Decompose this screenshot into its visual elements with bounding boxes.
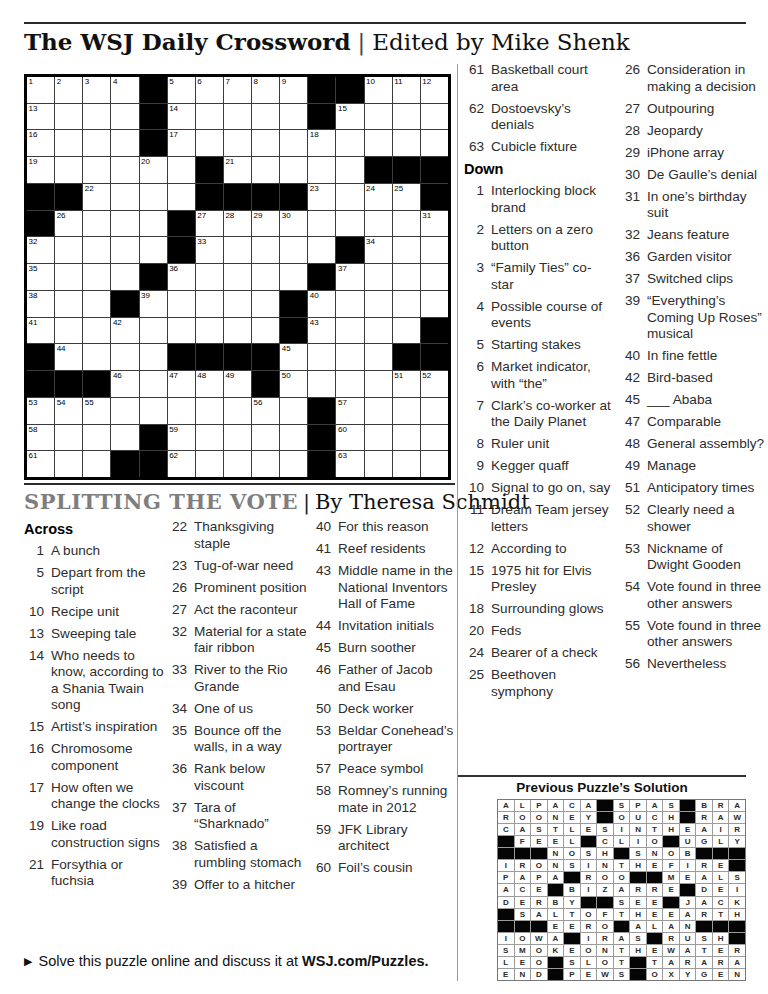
- grid-cell[interactable]: [421, 425, 448, 451]
- grid-cell[interactable]: 50: [280, 371, 307, 397]
- solution-letter-cell: K: [548, 945, 564, 956]
- grid-cell[interactable]: [111, 237, 138, 263]
- grid-cell[interactable]: [168, 318, 195, 344]
- clue-text: Tug-of-war need: [194, 558, 310, 575]
- clue-text: Outpouring: [647, 101, 766, 118]
- grid-cell[interactable]: [55, 237, 82, 263]
- grid-cell[interactable]: 38: [27, 291, 54, 317]
- grid-cell[interactable]: 57: [336, 398, 363, 424]
- grid-cell[interactable]: 26: [55, 211, 82, 237]
- clue-across-46: 46Father of Jacob and Esau: [311, 662, 455, 695]
- grid-cell[interactable]: [140, 237, 167, 263]
- cell-number: 43: [310, 318, 319, 327]
- black-square: [27, 371, 54, 397]
- solution-letter-cell: E: [564, 945, 580, 956]
- clue-text: Forsythia or fuchsia: [51, 857, 164, 890]
- clue-down-15: 151975 hit for Elvis Presley: [464, 563, 614, 596]
- grid-cell[interactable]: [55, 264, 82, 290]
- solution-letter-cell: L: [614, 836, 630, 847]
- grid-cell[interactable]: [111, 104, 138, 130]
- grid-cell[interactable]: [308, 157, 335, 183]
- grid-cell[interactable]: [224, 237, 251, 263]
- grid-cell[interactable]: 5: [168, 77, 195, 103]
- grid-cell[interactable]: [280, 264, 307, 290]
- grid-cell[interactable]: [55, 318, 82, 344]
- clue-text: For this reason: [338, 519, 455, 536]
- grid-cell[interactable]: [365, 130, 392, 156]
- grid-cell[interactable]: [111, 211, 138, 237]
- clue-number: 7: [464, 398, 484, 431]
- grid-cell[interactable]: [83, 264, 110, 290]
- solution-letter-cell: T: [548, 824, 564, 835]
- grid-cell[interactable]: 61: [27, 451, 54, 477]
- clue-across-23: 23Tug-of-war need: [167, 558, 310, 575]
- grid-cell[interactable]: 28: [224, 211, 251, 237]
- grid-cell[interactable]: [83, 104, 110, 130]
- grid-cell[interactable]: [393, 451, 420, 477]
- grid-cell[interactable]: [196, 264, 223, 290]
- grid-cell[interactable]: 11: [393, 77, 420, 103]
- solution-letter-cell: I: [630, 836, 646, 847]
- grid-cell[interactable]: [83, 451, 110, 477]
- grid-cell[interactable]: [140, 344, 167, 370]
- clue-across-38: 38Satisfied a rumbling stomach: [167, 838, 310, 871]
- grid-cell[interactable]: [140, 184, 167, 210]
- grid-cell[interactable]: 41: [27, 318, 54, 344]
- grid-cell[interactable]: [393, 398, 420, 424]
- solution-letter-cell: H: [713, 933, 729, 944]
- solution-letter-cell: A: [614, 884, 630, 895]
- solution-letter-cell: T: [696, 945, 712, 956]
- grid-cell[interactable]: 52: [421, 371, 448, 397]
- grid-cell[interactable]: [365, 344, 392, 370]
- solution-letter-cell: U: [630, 812, 646, 823]
- solution-letter-cell: N: [548, 848, 564, 859]
- grid-cell[interactable]: 36: [168, 264, 195, 290]
- solution-letter-cell: E: [647, 897, 663, 908]
- grid-cell[interactable]: [224, 425, 251, 451]
- clue-text: Manage: [647, 458, 766, 475]
- cell-number: 49: [225, 371, 234, 380]
- grid-cell[interactable]: 14: [168, 104, 195, 130]
- clue-text: Interlocking block brand: [491, 183, 614, 216]
- clue-down-3: 3“Family Ties” co-star: [464, 260, 614, 293]
- grid-cell[interactable]: [365, 104, 392, 130]
- grid-cell[interactable]: [83, 291, 110, 317]
- grid-cell[interactable]: 55: [83, 398, 110, 424]
- grid-cell[interactable]: [224, 264, 251, 290]
- grid-cell[interactable]: [140, 371, 167, 397]
- grid-cell[interactable]: [252, 291, 279, 317]
- grid-cell[interactable]: [252, 425, 279, 451]
- grid-cell[interactable]: [336, 184, 363, 210]
- solution-letter-cell: E: [548, 921, 564, 932]
- solution-letter-cell: R: [581, 921, 597, 932]
- solution-letter-cell: L: [564, 824, 580, 835]
- grid-cell[interactable]: 63: [336, 451, 363, 477]
- solution-letter-cell: N: [548, 860, 564, 871]
- clue-text: Surrounding glows: [491, 601, 614, 618]
- solution-letter-cell: N: [630, 824, 646, 835]
- clue-across-36: 36Rank below viscount: [167, 761, 310, 794]
- clue-number: 5: [24, 565, 44, 598]
- grid-cell[interactable]: 24: [365, 184, 392, 210]
- grid-cell[interactable]: 9: [280, 77, 307, 103]
- grid-cell[interactable]: [196, 104, 223, 130]
- grid-cell[interactable]: [308, 344, 335, 370]
- vertical-divider: [457, 64, 458, 981]
- grid-cell[interactable]: 47: [168, 371, 195, 397]
- solution-letter-cell: M: [663, 872, 679, 883]
- clue-text: Dostoevsky’s denials: [491, 101, 614, 134]
- grid-cell[interactable]: 10: [365, 77, 392, 103]
- solution-black-square: [581, 836, 597, 847]
- solution-letter-cell: O: [564, 848, 580, 859]
- grid-cell[interactable]: 44: [55, 344, 82, 370]
- grid-cell[interactable]: [280, 451, 307, 477]
- cell-number: 16: [29, 130, 38, 139]
- grid-cell[interactable]: 42: [111, 318, 138, 344]
- solution-letter-cell: R: [581, 872, 597, 883]
- grid-cell[interactable]: [111, 425, 138, 451]
- clue-down-9: 9Kegger quaff: [464, 458, 614, 475]
- grid-cell[interactable]: [224, 130, 251, 156]
- clue-number: 62: [464, 101, 484, 134]
- solution-black-square: [680, 812, 696, 823]
- cell-number: 45: [282, 344, 291, 353]
- grid-cell[interactable]: 39: [140, 291, 167, 317]
- grid-cell[interactable]: [421, 104, 448, 130]
- grid-cell[interactable]: [365, 291, 392, 317]
- grid-cell[interactable]: 60: [336, 425, 363, 451]
- grid-cell[interactable]: [393, 104, 420, 130]
- grid-cell[interactable]: [308, 371, 335, 397]
- grid-cell[interactable]: 62: [168, 451, 195, 477]
- grid-cell[interactable]: [336, 318, 363, 344]
- grid-cell[interactable]: [393, 211, 420, 237]
- grid-cell[interactable]: [336, 371, 363, 397]
- grid-cell[interactable]: [252, 237, 279, 263]
- grid-cell[interactable]: [83, 237, 110, 263]
- grid-cell[interactable]: [421, 451, 448, 477]
- grid-cell[interactable]: [111, 264, 138, 290]
- grid-cell[interactable]: [140, 318, 167, 344]
- grid-cell[interactable]: 33: [196, 237, 223, 263]
- grid-cell[interactable]: 7: [224, 77, 251, 103]
- black-square: [196, 157, 223, 183]
- grid-cell[interactable]: [252, 130, 279, 156]
- black-square: [280, 184, 307, 210]
- solution-letter-cell: R: [498, 812, 514, 823]
- grid-cell[interactable]: 16: [27, 130, 54, 156]
- cell-number: 4: [113, 77, 117, 86]
- cell-number: 63: [338, 451, 347, 460]
- grid-cell[interactable]: [365, 318, 392, 344]
- clue-across-5: 5Depart from the script: [24, 565, 164, 598]
- grid-cell[interactable]: 56: [252, 398, 279, 424]
- grid-cell[interactable]: [365, 211, 392, 237]
- grid-cell[interactable]: 22: [83, 184, 110, 210]
- grid-cell[interactable]: [393, 237, 420, 263]
- grid-cell[interactable]: [224, 318, 251, 344]
- grid-cell[interactable]: [393, 264, 420, 290]
- cell-number: 32: [29, 237, 38, 246]
- grid-cell[interactable]: [336, 291, 363, 317]
- grid-cell[interactable]: [393, 425, 420, 451]
- clue-text: De Gaulle’s denial: [647, 167, 766, 184]
- grid-cell[interactable]: [280, 157, 307, 183]
- clue-down-7: 7Clark’s co-worker at the Daily Planet: [464, 398, 614, 431]
- grid-cell[interactable]: [280, 104, 307, 130]
- solution-letter-cell: E: [680, 872, 696, 883]
- black-square: [140, 425, 167, 451]
- grid-cell[interactable]: [140, 398, 167, 424]
- grid-cell[interactable]: [421, 264, 448, 290]
- clue-across-35: 35Bounce off the walls, in a way: [167, 723, 310, 756]
- grid-cell[interactable]: 1: [27, 77, 54, 103]
- clue-number: 34: [167, 701, 187, 718]
- grid-cell[interactable]: [280, 130, 307, 156]
- grid-cell[interactable]: 35: [27, 264, 54, 290]
- grid-cell[interactable]: [308, 237, 335, 263]
- grid-cell[interactable]: [365, 398, 392, 424]
- grid-cell[interactable]: 13: [27, 104, 54, 130]
- grid-cell[interactable]: [168, 398, 195, 424]
- grid-cell[interactable]: [280, 237, 307, 263]
- grid-cell[interactable]: [224, 291, 251, 317]
- clue-number: 45: [620, 392, 640, 409]
- cell-number: 11: [394, 77, 402, 86]
- clue-across-39: 39Offer to a hitcher: [167, 877, 310, 894]
- grid-cell[interactable]: [196, 130, 223, 156]
- grid-cell[interactable]: [196, 425, 223, 451]
- solution-black-square: [680, 884, 696, 895]
- cell-number: 53: [29, 398, 38, 407]
- grid-cell[interactable]: [393, 318, 420, 344]
- grid-cell[interactable]: 31: [421, 211, 448, 237]
- clue-text: Jeopardy: [647, 123, 766, 140]
- grid-cell[interactable]: [252, 157, 279, 183]
- grid-cell[interactable]: [365, 264, 392, 290]
- grid-cell[interactable]: 20: [140, 157, 167, 183]
- grid-cell[interactable]: 21: [224, 157, 251, 183]
- grid-cell[interactable]: [83, 157, 110, 183]
- clue-section-header-down: Down: [464, 161, 614, 177]
- grid-cell[interactable]: [168, 184, 195, 210]
- solution-letter-cell: L: [713, 836, 729, 847]
- clue-text: Chromosome component: [51, 741, 164, 774]
- solution-black-square: [729, 921, 745, 932]
- grid-cell[interactable]: [280, 425, 307, 451]
- grid-cell[interactable]: 6: [196, 77, 223, 103]
- grid-cell[interactable]: [111, 398, 138, 424]
- cell-number: 10: [366, 77, 375, 86]
- grid-cell[interactable]: [111, 184, 138, 210]
- grid-cell[interactable]: [140, 211, 167, 237]
- grid-cell[interactable]: 15: [336, 104, 363, 130]
- grid-cell[interactable]: 27: [196, 211, 223, 237]
- solution-letter-cell: I: [680, 860, 696, 871]
- solution-letter-cell: A: [548, 872, 564, 883]
- grid-cell[interactable]: [393, 291, 420, 317]
- grid-cell[interactable]: [393, 130, 420, 156]
- grid-cell[interactable]: [224, 398, 251, 424]
- clue-text: Depart from the script: [51, 565, 164, 598]
- solution-black-square: [614, 848, 630, 859]
- grid-cell[interactable]: [55, 291, 82, 317]
- grid-cell[interactable]: [308, 211, 335, 237]
- solution-letter-cell: F: [515, 836, 531, 847]
- grid-cell[interactable]: 43: [308, 318, 335, 344]
- grid-cell[interactable]: [336, 211, 363, 237]
- grid-cell[interactable]: [55, 425, 82, 451]
- clue-text: “Everything’s Coming Up Roses” musical: [647, 293, 766, 343]
- grid-cell[interactable]: 3: [83, 77, 110, 103]
- grid-cell[interactable]: [55, 157, 82, 183]
- grid-cell[interactable]: [421, 291, 448, 317]
- clue-number: 45: [311, 640, 331, 657]
- clue-across-57: 57Peace symbol: [311, 761, 455, 778]
- cell-number: 31: [422, 211, 431, 220]
- grid-cell[interactable]: 40: [308, 291, 335, 317]
- grid-cell[interactable]: 54: [55, 398, 82, 424]
- grid-cell[interactable]: [224, 451, 251, 477]
- grid-cell[interactable]: 49: [224, 371, 251, 397]
- grid-cell[interactable]: [336, 130, 363, 156]
- solution-letter-cell: X: [663, 969, 679, 980]
- grid-cell[interactable]: [280, 398, 307, 424]
- grid-cell[interactable]: 53: [27, 398, 54, 424]
- grid-cell[interactable]: 51: [393, 371, 420, 397]
- clue-across-40: 40For this reason: [311, 519, 455, 536]
- solution-letter-cell: W: [531, 933, 547, 944]
- grid-cell[interactable]: [55, 104, 82, 130]
- clue-across-41: 41Reef residents: [311, 541, 455, 558]
- grid-cell[interactable]: [224, 104, 251, 130]
- grid-cell[interactable]: 59: [168, 425, 195, 451]
- clue-down-27: 27Outpouring: [620, 101, 766, 118]
- solution-letter-cell: A: [515, 824, 531, 835]
- grid-cell[interactable]: [365, 425, 392, 451]
- grid-cell[interactable]: [168, 291, 195, 317]
- grid-cell[interactable]: 34: [365, 237, 392, 263]
- grid-cell[interactable]: 46: [111, 371, 138, 397]
- clue-across-44: 44Invitation initials: [311, 618, 455, 635]
- grid-cell[interactable]: [55, 451, 82, 477]
- grid-cell[interactable]: [252, 451, 279, 477]
- grid-cell[interactable]: [421, 237, 448, 263]
- solution-letter-cell: G: [696, 836, 712, 847]
- grid-cell[interactable]: [196, 451, 223, 477]
- clue-text: Sweeping tale: [51, 626, 164, 643]
- grid-cell[interactable]: 12: [421, 77, 448, 103]
- solution-letter-cell: L: [647, 921, 663, 932]
- grid-cell[interactable]: [196, 398, 223, 424]
- grid-cell[interactable]: [83, 344, 110, 370]
- solution-black-square: [548, 884, 564, 895]
- clue-across-62: 62Dostoevsky’s denials: [464, 101, 614, 134]
- solution-letter-cell: E: [515, 957, 531, 968]
- grid-cell[interactable]: [168, 157, 195, 183]
- clue-across-26: 26Prominent position: [167, 580, 310, 597]
- solution-letter-cell: O: [614, 812, 630, 823]
- grid-cell[interactable]: 4: [111, 77, 138, 103]
- clue-down-51: 51Anticipatory times: [620, 480, 766, 497]
- clue-number: 15: [24, 719, 44, 736]
- grid-cell[interactable]: [421, 398, 448, 424]
- cell-number: 22: [85, 184, 94, 193]
- grid-cell[interactable]: 37: [336, 264, 363, 290]
- grid-cell[interactable]: 23: [308, 184, 335, 210]
- clue-across-37: 37Tara of “Sharknado”: [167, 800, 310, 833]
- grid-cell[interactable]: [252, 318, 279, 344]
- grid-cell[interactable]: 17: [168, 130, 195, 156]
- grid-cell[interactable]: [252, 264, 279, 290]
- grid-cell[interactable]: [196, 291, 223, 317]
- cell-number: 57: [338, 398, 347, 407]
- solution-letter-cell: B: [548, 897, 564, 908]
- solution-black-square: [597, 800, 613, 811]
- grid-cell[interactable]: 25: [393, 184, 420, 210]
- footer-link[interactable]: WSJ.com/Puzzles.: [302, 953, 429, 969]
- grid-cell[interactable]: 18: [308, 130, 335, 156]
- grid-cell[interactable]: [336, 157, 363, 183]
- grid-cell[interactable]: [336, 344, 363, 370]
- grid-cell[interactable]: [421, 130, 448, 156]
- solution-letter-cell: T: [647, 957, 663, 968]
- grid-cell[interactable]: [111, 344, 138, 370]
- black-square: [280, 291, 307, 317]
- cell-number: 34: [366, 237, 375, 246]
- solution-letter-cell: H: [597, 848, 613, 859]
- grid-cell[interactable]: 2: [55, 77, 82, 103]
- clue-down-8: 8Ruler unit: [464, 436, 614, 453]
- clue-down-28: 28Jeopardy: [620, 123, 766, 140]
- clue-number: 22: [167, 519, 187, 552]
- grid-cell[interactable]: [83, 130, 110, 156]
- grid-cell[interactable]: 30: [280, 211, 307, 237]
- clue-number: 37: [167, 800, 187, 833]
- grid-cell[interactable]: [111, 157, 138, 183]
- clue-text: Comparable: [647, 414, 766, 431]
- grid-cell[interactable]: [365, 451, 392, 477]
- clue-text: Offer to a hitcher: [194, 877, 310, 894]
- grid-cell[interactable]: [252, 104, 279, 130]
- grid-cell[interactable]: 48: [196, 371, 223, 397]
- grid-cell[interactable]: [111, 130, 138, 156]
- solution-letter-cell: A: [680, 945, 696, 956]
- clue-text: In one’s birthday suit: [647, 189, 766, 222]
- clue-text: Consideration in making a decision: [647, 62, 766, 95]
- grid-cell[interactable]: 29: [252, 211, 279, 237]
- solution-black-square: [597, 812, 613, 823]
- grid-cell[interactable]: 32: [27, 237, 54, 263]
- clue-across-59: 59JFK Library architect: [311, 822, 455, 855]
- cell-number: 55: [85, 398, 94, 407]
- grid-cell[interactable]: [55, 130, 82, 156]
- grid-cell[interactable]: [365, 371, 392, 397]
- grid-cell[interactable]: [83, 318, 110, 344]
- solution-letter-cell: G: [696, 969, 712, 980]
- grid-cell[interactable]: 58: [27, 425, 54, 451]
- solution-letter-cell: K: [729, 897, 745, 908]
- grid-cell[interactable]: 8: [252, 77, 279, 103]
- grid-cell[interactable]: [83, 211, 110, 237]
- grid-cell[interactable]: 45: [280, 344, 307, 370]
- grid-cell[interactable]: [196, 318, 223, 344]
- grid-cell[interactable]: [83, 425, 110, 451]
- grid-cell[interactable]: 19: [27, 157, 54, 183]
